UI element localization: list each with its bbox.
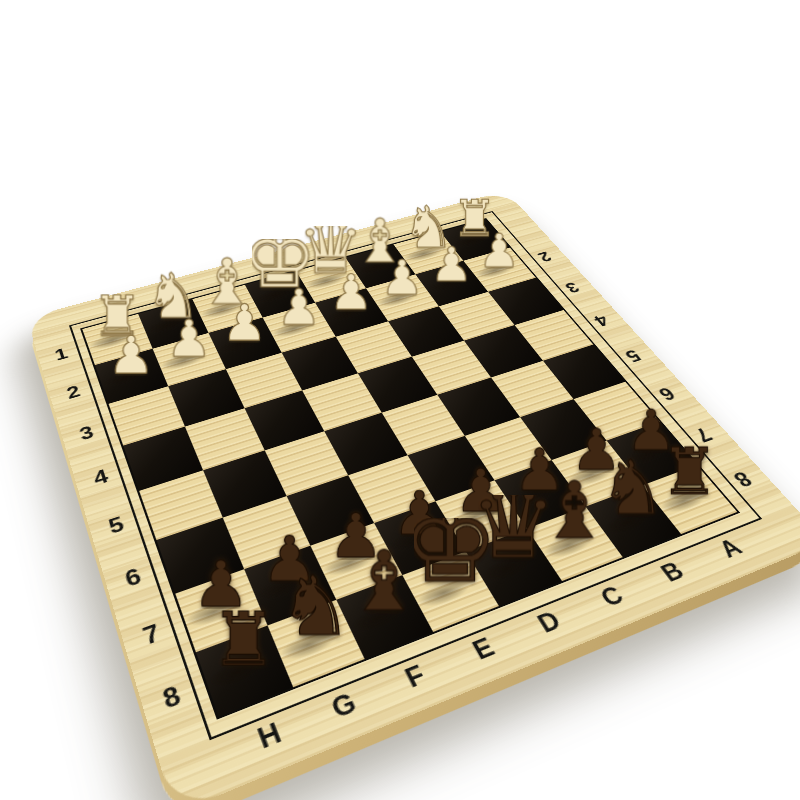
rank-label-left-6: 6 bbox=[122, 563, 144, 592]
rank-label-left-4: 4 bbox=[91, 465, 111, 489]
rank-label-left-8: 8 bbox=[159, 680, 184, 715]
rank-label-left-5: 5 bbox=[106, 512, 127, 538]
rank-label-left-1: 1 bbox=[53, 345, 70, 364]
rank-label-right-4: 4 bbox=[589, 311, 612, 329]
product-photo-scene: 12345678 2345678 HGFEDCBA ♜♞♝♚♛♝♞♜♟♟♟♟♟♟… bbox=[0, 0, 800, 800]
file-label-a: A bbox=[714, 534, 748, 563]
file-label-g: G bbox=[327, 687, 361, 725]
rank-label-left-3: 3 bbox=[77, 422, 96, 444]
file-label-b: B bbox=[656, 557, 690, 587]
file-label-d: D bbox=[532, 606, 565, 639]
file-label-e: E bbox=[468, 632, 500, 665]
file-label-h: H bbox=[253, 717, 285, 756]
chess-board: 12345678 2345678 HGFEDCBA ♜♞♝♚♛♝♞♜♟♟♟♟♟♟… bbox=[27, 191, 800, 800]
rank-label-left-7: 7 bbox=[140, 619, 163, 651]
file-label-c: C bbox=[595, 581, 629, 612]
rank-label-left-2: 2 bbox=[65, 382, 83, 403]
file-label-f: F bbox=[400, 660, 430, 694]
